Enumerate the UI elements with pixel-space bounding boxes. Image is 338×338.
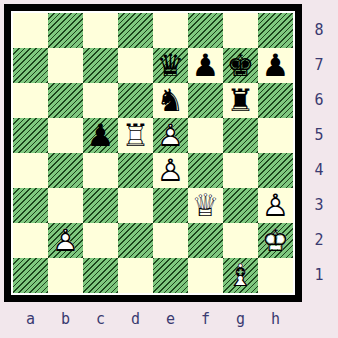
square-g8[interactable] <box>223 13 258 48</box>
piece-glyph: ♜ <box>223 83 258 118</box>
square-c4[interactable] <box>83 153 118 188</box>
square-h5[interactable] <box>258 118 293 153</box>
square-c3[interactable] <box>83 188 118 223</box>
square-c8[interactable] <box>83 13 118 48</box>
piece-glyph: ♞ <box>153 83 188 118</box>
piece-outline: ♕ <box>188 188 223 223</box>
square-e6[interactable]: ♞ <box>153 83 188 118</box>
square-b2[interactable]: ♟♙ <box>48 223 83 258</box>
rank-labels: 87654321 <box>305 13 333 293</box>
piece-white-pawn[interactable]: ♟♙ <box>153 118 188 153</box>
square-e5[interactable]: ♟♙ <box>153 118 188 153</box>
piece-outline: ♔ <box>258 223 293 258</box>
square-e2[interactable] <box>153 223 188 258</box>
piece-white-pawn[interactable]: ♟♙ <box>258 188 293 223</box>
piece-outline: ♖ <box>118 118 153 153</box>
square-h2[interactable]: ♚♔ <box>258 223 293 258</box>
file-label-f: f <box>188 305 223 333</box>
square-b8[interactable] <box>48 13 83 48</box>
piece-black-pawn[interactable]: ♟ <box>258 48 293 83</box>
square-b3[interactable] <box>48 188 83 223</box>
square-c7[interactable] <box>83 48 118 83</box>
square-d3[interactable] <box>118 188 153 223</box>
rank-label-4: 4 <box>305 153 333 188</box>
piece-white-bishop[interactable]: ♝♗ <box>223 258 258 293</box>
square-g1[interactable]: ♝♗ <box>223 258 258 293</box>
square-g6[interactable]: ♜ <box>223 83 258 118</box>
file-label-d: d <box>118 305 153 333</box>
square-g2[interactable] <box>223 223 258 258</box>
rank-label-1: 1 <box>305 258 333 293</box>
square-d1[interactable] <box>118 258 153 293</box>
square-h4[interactable] <box>258 153 293 188</box>
square-e4[interactable]: ♟♙ <box>153 153 188 188</box>
square-f2[interactable] <box>188 223 223 258</box>
square-g7[interactable]: ♚ <box>223 48 258 83</box>
rank-label-3: 3 <box>305 188 333 223</box>
square-a1[interactable] <box>13 258 48 293</box>
square-b7[interactable] <box>48 48 83 83</box>
rank-label-5: 5 <box>305 118 333 153</box>
piece-black-rook[interactable]: ♜ <box>223 83 258 118</box>
piece-outline: ♙ <box>258 188 293 223</box>
square-d6[interactable] <box>118 83 153 118</box>
file-label-g: g <box>223 305 258 333</box>
square-c2[interactable] <box>83 223 118 258</box>
square-b4[interactable] <box>48 153 83 188</box>
square-a3[interactable] <box>13 188 48 223</box>
square-h6[interactable] <box>258 83 293 118</box>
square-h1[interactable] <box>258 258 293 293</box>
piece-outline: ♙ <box>153 153 188 188</box>
square-g4[interactable] <box>223 153 258 188</box>
square-f8[interactable] <box>188 13 223 48</box>
square-e3[interactable] <box>153 188 188 223</box>
piece-white-pawn[interactable]: ♟♙ <box>153 153 188 188</box>
file-label-b: b <box>48 305 83 333</box>
piece-outline: ♗ <box>223 258 258 293</box>
square-f4[interactable] <box>188 153 223 188</box>
file-label-h: h <box>258 305 293 333</box>
piece-black-knight[interactable]: ♞ <box>153 83 188 118</box>
square-e7[interactable]: ♛ <box>153 48 188 83</box>
piece-white-king[interactable]: ♚♔ <box>258 223 293 258</box>
square-g3[interactable] <box>223 188 258 223</box>
piece-glyph: ♟ <box>188 48 223 83</box>
piece-white-queen[interactable]: ♛♕ <box>188 188 223 223</box>
square-e8[interactable] <box>153 13 188 48</box>
rank-label-6: 6 <box>305 83 333 118</box>
rank-label-2: 2 <box>305 223 333 258</box>
file-label-a: a <box>13 305 48 333</box>
piece-white-rook[interactable]: ♜♖ <box>118 118 153 153</box>
square-c5[interactable]: ♟ <box>83 118 118 153</box>
rank-label-7: 7 <box>305 48 333 83</box>
piece-white-pawn[interactable]: ♟♙ <box>48 223 83 258</box>
square-a8[interactable] <box>13 13 48 48</box>
square-b1[interactable] <box>48 258 83 293</box>
square-d2[interactable] <box>118 223 153 258</box>
file-label-e: e <box>153 305 188 333</box>
chess-board-frame: ♛♟♚♟♞♜♟♜♖♟♙♟♙♛♕♟♙♟♙♚♔♝♗ <box>4 4 302 302</box>
square-d5[interactable]: ♜♖ <box>118 118 153 153</box>
piece-glyph: ♚ <box>223 48 258 83</box>
piece-outline: ♙ <box>48 223 83 258</box>
square-f3[interactable]: ♛♕ <box>188 188 223 223</box>
square-f7[interactable]: ♟ <box>188 48 223 83</box>
square-a2[interactable] <box>13 223 48 258</box>
square-a4[interactable] <box>13 153 48 188</box>
piece-glyph: ♟ <box>83 118 118 153</box>
square-d8[interactable] <box>118 13 153 48</box>
chess-diagram: ♛♟♚♟♞♜♟♜♖♟♙♟♙♛♕♟♙♟♙♚♔♝♗ 87654321 abcdefg… <box>0 0 338 338</box>
square-d7[interactable] <box>118 48 153 83</box>
piece-black-pawn[interactable]: ♟ <box>188 48 223 83</box>
square-h8[interactable] <box>258 13 293 48</box>
square-a7[interactable] <box>13 48 48 83</box>
square-b6[interactable] <box>48 83 83 118</box>
piece-glyph: ♛ <box>153 48 188 83</box>
rank-label-8: 8 <box>305 13 333 48</box>
square-f1[interactable] <box>188 258 223 293</box>
piece-glyph: ♟ <box>258 48 293 83</box>
square-h7[interactable]: ♟ <box>258 48 293 83</box>
square-a5[interactable] <box>13 118 48 153</box>
square-f6[interactable] <box>188 83 223 118</box>
file-labels: abcdefgh <box>13 305 293 333</box>
square-d4[interactable] <box>118 153 153 188</box>
file-label-c: c <box>83 305 118 333</box>
square-e1[interactable] <box>153 258 188 293</box>
piece-outline: ♙ <box>153 118 188 153</box>
square-f5[interactable] <box>188 118 223 153</box>
square-a6[interactable] <box>13 83 48 118</box>
chess-board: ♛♟♚♟♞♜♟♜♖♟♙♟♙♛♕♟♙♟♙♚♔♝♗ <box>13 13 293 293</box>
piece-black-king[interactable]: ♚ <box>223 48 258 83</box>
square-g5[interactable] <box>223 118 258 153</box>
square-b5[interactable] <box>48 118 83 153</box>
square-c6[interactable] <box>83 83 118 118</box>
square-h3[interactable]: ♟♙ <box>258 188 293 223</box>
piece-black-pawn[interactable]: ♟ <box>83 118 118 153</box>
square-c1[interactable] <box>83 258 118 293</box>
piece-black-queen[interactable]: ♛ <box>153 48 188 83</box>
